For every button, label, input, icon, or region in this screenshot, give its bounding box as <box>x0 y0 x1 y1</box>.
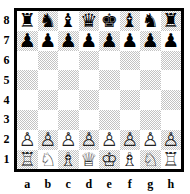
square-c1[interactable]: ♗ <box>58 150 79 170</box>
square-d8[interactable]: ♛ <box>79 11 100 31</box>
file-label-h: h <box>161 176 182 192</box>
square-c7[interactable]: ♟ <box>58 31 79 51</box>
rank-label-1: 1 <box>0 150 13 170</box>
square-a1[interactable]: ♖ <box>17 150 38 170</box>
square-f6[interactable] <box>120 51 141 71</box>
square-a3[interactable] <box>17 110 38 130</box>
piece-white-pawn: ♙ <box>80 130 97 150</box>
piece-black-pawn: ♟ <box>39 31 56 51</box>
piece-white-queen: ♕ <box>80 150 97 170</box>
square-b2[interactable]: ♙ <box>38 130 59 150</box>
square-b5[interactable] <box>38 70 59 90</box>
file-label-g: g <box>140 176 161 192</box>
piece-black-bishop: ♝ <box>60 11 77 31</box>
piece-black-king: ♚ <box>101 11 118 31</box>
piece-white-king: ♔ <box>101 150 118 170</box>
piece-white-pawn: ♙ <box>162 130 179 150</box>
file-label-c: c <box>58 176 79 192</box>
square-h8[interactable]: ♜ <box>161 11 182 31</box>
square-a5[interactable] <box>17 70 38 90</box>
square-b3[interactable] <box>38 110 59 130</box>
square-d4[interactable] <box>79 90 100 110</box>
piece-black-pawn: ♟ <box>101 31 118 51</box>
piece-white-pawn: ♙ <box>39 130 56 150</box>
piece-white-pawn: ♙ <box>60 130 77 150</box>
square-b1[interactable]: ♘ <box>38 150 59 170</box>
file-label-a: a <box>17 176 38 192</box>
piece-white-pawn: ♙ <box>121 130 138 150</box>
square-e4[interactable] <box>99 90 120 110</box>
square-d2[interactable]: ♙ <box>79 130 100 150</box>
piece-black-pawn: ♟ <box>19 31 36 51</box>
piece-black-bishop: ♝ <box>121 11 138 31</box>
square-h4[interactable] <box>161 90 182 110</box>
square-e3[interactable] <box>99 110 120 130</box>
square-f5[interactable] <box>120 70 141 90</box>
board-frame: ♜♞♝♛♚♝♞♜♟♟♟♟♟♟♟♟♙♙♙♙♙♙♙♙♖♘♗♕♔♗♘♖ <box>14 8 184 172</box>
square-g7[interactable]: ♟ <box>140 31 161 51</box>
square-f8[interactable]: ♝ <box>120 11 141 31</box>
square-d1[interactable]: ♕ <box>79 150 100 170</box>
piece-white-knight: ♘ <box>142 150 159 170</box>
piece-white-bishop: ♗ <box>121 150 138 170</box>
square-g4[interactable] <box>140 90 161 110</box>
rank-label-7: 7 <box>0 31 13 51</box>
square-c5[interactable] <box>58 70 79 90</box>
square-b8[interactable]: ♞ <box>38 11 59 31</box>
rank-label-3: 3 <box>0 110 13 130</box>
file-label-b: b <box>38 176 59 192</box>
square-d7[interactable]: ♟ <box>79 31 100 51</box>
square-a4[interactable] <box>17 90 38 110</box>
piece-black-knight: ♞ <box>142 11 159 31</box>
square-h5[interactable] <box>161 70 182 90</box>
piece-white-pawn: ♙ <box>19 130 36 150</box>
square-b6[interactable] <box>38 51 59 71</box>
square-h1[interactable]: ♖ <box>161 150 182 170</box>
piece-white-knight: ♘ <box>39 150 56 170</box>
square-e7[interactable]: ♟ <box>99 31 120 51</box>
square-f7[interactable]: ♟ <box>120 31 141 51</box>
chess-diagram: 87654321 ♜♞♝♛♚♝♞♜♟♟♟♟♟♟♟♟♙♙♙♙♙♙♙♙♖♘♗♕♔♗♘… <box>0 0 190 194</box>
rank-labels: 87654321 <box>0 11 13 169</box>
square-g1[interactable]: ♘ <box>140 150 161 170</box>
piece-black-queen: ♛ <box>80 11 97 31</box>
piece-white-pawn: ♙ <box>142 130 159 150</box>
square-g3[interactable] <box>140 110 161 130</box>
piece-black-pawn: ♟ <box>60 31 77 51</box>
square-d5[interactable] <box>79 70 100 90</box>
square-c6[interactable] <box>58 51 79 71</box>
square-f2[interactable]: ♙ <box>120 130 141 150</box>
file-labels: abcdefgh <box>17 176 181 192</box>
rank-label-4: 4 <box>0 90 13 110</box>
rank-label-5: 5 <box>0 70 13 90</box>
square-d3[interactable] <box>79 110 100 130</box>
square-f1[interactable]: ♗ <box>120 150 141 170</box>
square-c2[interactable]: ♙ <box>58 130 79 150</box>
square-e2[interactable]: ♙ <box>99 130 120 150</box>
piece-white-bishop: ♗ <box>60 150 77 170</box>
square-h6[interactable] <box>161 51 182 71</box>
square-a2[interactable]: ♙ <box>17 130 38 150</box>
piece-white-pawn: ♙ <box>101 130 118 150</box>
rank-label-6: 6 <box>0 51 13 71</box>
piece-black-pawn: ♟ <box>121 31 138 51</box>
piece-black-pawn: ♟ <box>142 31 159 51</box>
square-a6[interactable] <box>17 51 38 71</box>
square-b7[interactable]: ♟ <box>38 31 59 51</box>
square-c4[interactable] <box>58 90 79 110</box>
chess-board: ♜♞♝♛♚♝♞♜♟♟♟♟♟♟♟♟♙♙♙♙♙♙♙♙♖♘♗♕♔♗♘♖ <box>17 11 181 169</box>
square-e6[interactable] <box>99 51 120 71</box>
square-g6[interactable] <box>140 51 161 71</box>
piece-white-rook: ♖ <box>19 150 36 170</box>
square-c8[interactable]: ♝ <box>58 11 79 31</box>
square-h3[interactable] <box>161 110 182 130</box>
square-a8[interactable]: ♜ <box>17 11 38 31</box>
square-e5[interactable] <box>99 70 120 90</box>
square-f3[interactable] <box>120 110 141 130</box>
square-e1[interactable]: ♔ <box>99 150 120 170</box>
square-f4[interactable] <box>120 90 141 110</box>
square-h2[interactable]: ♙ <box>161 130 182 150</box>
piece-black-pawn: ♟ <box>162 31 179 51</box>
rank-label-2: 2 <box>0 130 13 150</box>
file-label-e: e <box>99 176 120 192</box>
square-g5[interactable] <box>140 70 161 90</box>
file-label-d: d <box>79 176 100 192</box>
file-label-f: f <box>120 176 141 192</box>
square-e8[interactable]: ♚ <box>99 11 120 31</box>
square-a7[interactable]: ♟ <box>17 31 38 51</box>
square-d6[interactable] <box>79 51 100 71</box>
piece-white-rook: ♖ <box>162 150 179 170</box>
square-h7[interactable]: ♟ <box>161 31 182 51</box>
square-c3[interactable] <box>58 110 79 130</box>
piece-black-knight: ♞ <box>39 11 56 31</box>
square-g2[interactable]: ♙ <box>140 130 161 150</box>
piece-black-rook: ♜ <box>19 11 36 31</box>
rank-label-8: 8 <box>0 11 13 31</box>
square-g8[interactable]: ♞ <box>140 11 161 31</box>
piece-black-rook: ♜ <box>162 11 179 31</box>
piece-black-pawn: ♟ <box>80 31 97 51</box>
square-b4[interactable] <box>38 90 59 110</box>
